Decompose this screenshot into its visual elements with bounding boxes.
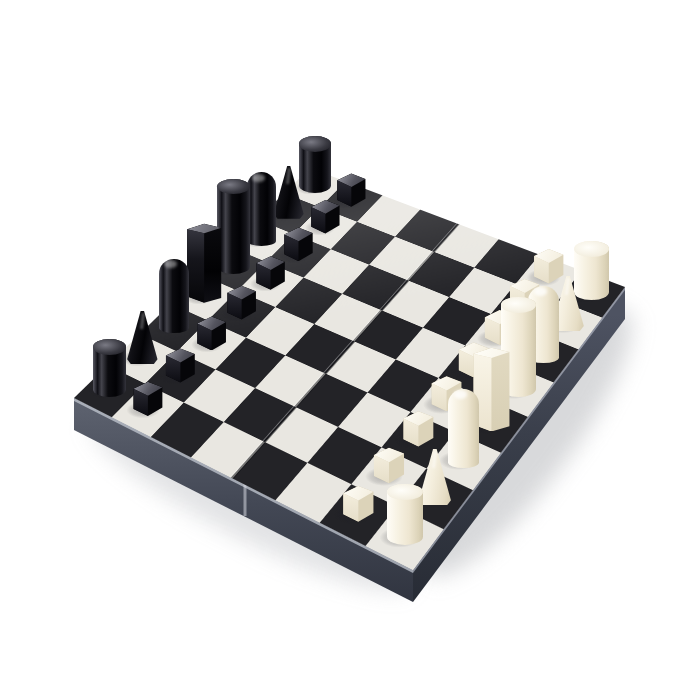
- piece-white-rook-a1: [574, 241, 609, 300]
- piece-black-rook-a8: [299, 136, 332, 192]
- piece-black-rook-h8: [93, 339, 127, 397]
- piece-black-bishop-f8: [159, 259, 189, 333]
- piece-white-bishop-f1: [448, 389, 479, 468]
- piece-black-queen-d8: [217, 179, 250, 274]
- chess-set-product-photo: [0, 0, 700, 700]
- piece-black-bishop-c8: [247, 172, 276, 246]
- piece-black-king-e8: [186, 223, 223, 303]
- piece-white-rook-h1: [387, 484, 423, 545]
